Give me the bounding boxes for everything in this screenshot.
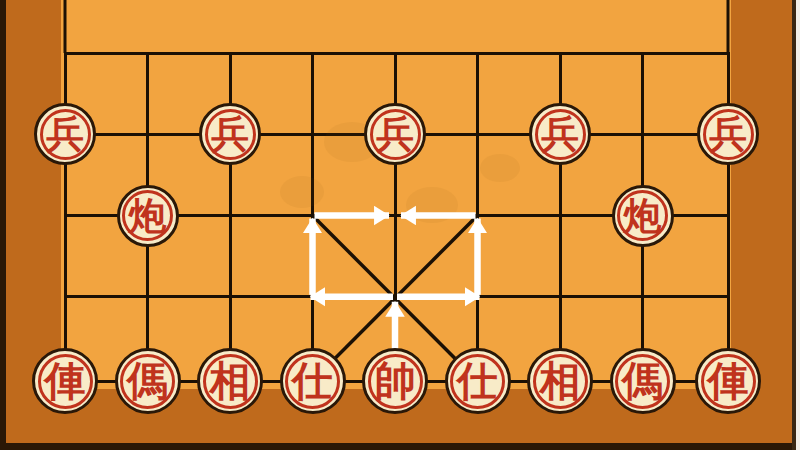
piece-red-general[interactable]: 帥 [362,348,428,414]
piece-glyph: 俥 [45,361,86,402]
piece-glyph: 相 [540,361,581,402]
xiangqi-tutorial-frame: 兵兵兵兵兵炮炮俥傌相仕帥仕相傌俥 [0,0,800,450]
piece-red-chariot[interactable]: 俥 [32,348,98,414]
piece-red-chariot[interactable]: 俥 [695,348,761,414]
piece-glyph: 炮 [129,197,167,235]
pieces-layer: 兵兵兵兵兵炮炮俥傌相仕帥仕相傌俥 [0,0,800,450]
piece-red-horse[interactable]: 傌 [610,348,676,414]
piece-red-elephant[interactable]: 相 [197,348,263,414]
piece-glyph: 仕 [292,361,333,402]
piece-glyph: 帥 [375,361,416,402]
piece-glyph: 兵 [376,115,414,153]
piece-red-advisor[interactable]: 仕 [280,348,346,414]
piece-red-elephant[interactable]: 相 [527,348,593,414]
piece-glyph: 兵 [46,115,84,153]
piece-glyph: 兵 [541,115,579,153]
piece-glyph: 兵 [211,115,249,153]
piece-red-soldier[interactable]: 兵 [199,103,261,165]
piece-red-cannon[interactable]: 炮 [117,185,179,247]
piece-red-soldier[interactable]: 兵 [697,103,759,165]
piece-glyph: 仕 [457,361,498,402]
piece-glyph: 傌 [622,361,663,402]
piece-glyph: 兵 [709,115,747,153]
piece-red-horse[interactable]: 傌 [115,348,181,414]
piece-red-cannon[interactable]: 炮 [612,185,674,247]
piece-glyph: 相 [210,361,251,402]
piece-red-soldier[interactable]: 兵 [364,103,426,165]
piece-glyph: 傌 [127,361,168,402]
piece-glyph: 炮 [624,197,662,235]
piece-red-soldier[interactable]: 兵 [34,103,96,165]
piece-glyph: 俥 [708,361,749,402]
piece-red-soldier[interactable]: 兵 [529,103,591,165]
piece-red-advisor[interactable]: 仕 [445,348,511,414]
